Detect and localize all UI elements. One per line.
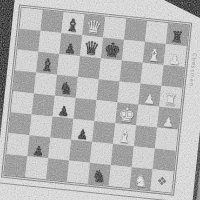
square-g8	[145, 21, 168, 44]
corner-emblem-icon: ❖	[156, 173, 168, 188]
square-a2	[6, 133, 29, 156]
square-a1	[4, 154, 27, 177]
black-bishop-b6: ♝	[39, 56, 56, 75]
square-g5: ♟	[138, 84, 161, 107]
square-h2	[153, 148, 176, 171]
square-g7: ♝	[143, 42, 166, 65]
square-a6	[15, 50, 38, 73]
square-c2	[48, 137, 71, 160]
square-f5	[117, 81, 140, 104]
square-g3	[134, 125, 157, 148]
square-c8: ♝	[61, 12, 84, 35]
square-d8: ♛	[82, 14, 105, 37]
white-pawn-h4: ♟	[162, 115, 175, 129]
square-e4	[94, 100, 117, 123]
square-e5	[97, 79, 120, 102]
square-b7	[38, 31, 61, 54]
square-d1	[67, 161, 90, 184]
white-knight-g1: ♞	[133, 172, 149, 189]
square-h3	[155, 128, 178, 151]
square-g6	[141, 63, 164, 86]
board-border: ♝♛♜♟♛♚♝♟♝♞♟♜♟♚♟♟♝♟♞♞❖ Chessmen	[0, 0, 200, 200]
square-f8	[124, 19, 147, 42]
square-c7: ♟	[59, 33, 82, 56]
square-f7	[122, 40, 145, 63]
square-c6	[57, 54, 80, 77]
square-c1	[46, 158, 69, 181]
square-e1: ♞	[88, 163, 111, 186]
square-f1	[109, 165, 132, 188]
black-pawn-b2: ♟	[32, 144, 45, 158]
square-a7	[17, 29, 40, 52]
square-b8	[41, 10, 64, 33]
square-h4: ♟	[157, 107, 180, 130]
square-f2	[111, 144, 134, 167]
square-e3	[92, 121, 115, 144]
white-pawn-g5: ♟	[143, 92, 156, 106]
black-pawn-c7: ♟	[64, 41, 77, 55]
white-rook-h5: ♜	[163, 92, 178, 108]
square-d7: ♛	[80, 35, 103, 58]
chessboard-photo: ♝♛♜♟♛♚♝♟♝♞♟♜♟♚♟♟♝♟♞♞❖ Chessmen	[0, 0, 200, 200]
square-c4: ♟	[53, 96, 76, 119]
square-a4	[11, 91, 34, 114]
white-bishop-f3: ♝	[116, 127, 133, 146]
square-e7: ♚	[101, 37, 124, 60]
black-pawn-d3: ♟	[76, 127, 89, 141]
square-a8	[20, 8, 43, 31]
black-pawn-c4: ♟	[57, 104, 70, 118]
square-b3	[30, 114, 53, 137]
square-h7: ♟	[164, 44, 187, 67]
square-e8	[103, 17, 126, 40]
black-bishop-c8: ♝	[64, 16, 81, 35]
square-h5: ♜	[159, 86, 182, 109]
black-king-e7: ♚	[103, 40, 122, 61]
square-d3: ♟	[71, 119, 94, 142]
board-frame: ♝♛♜♟♛♚♝♟♝♞♟♜♟♚♟♟♝♟♞♞❖	[1, 4, 192, 195]
white-queen-d8: ♛	[85, 18, 103, 38]
square-a3	[9, 112, 32, 135]
square-a5	[13, 70, 36, 93]
square-d4	[73, 98, 96, 121]
square-h8: ♜	[166, 23, 189, 46]
square-g2	[132, 146, 155, 169]
square-f6	[120, 61, 143, 84]
square-d5	[76, 77, 99, 100]
white-pawn-h7: ♟	[168, 52, 181, 66]
black-rook-h8: ♜	[170, 29, 185, 45]
white-bishop-g7: ♝	[146, 46, 163, 65]
black-knight-e1: ♞	[91, 168, 107, 185]
square-g4	[136, 104, 159, 127]
square-d2	[69, 140, 92, 163]
square-d6	[78, 56, 101, 79]
white-king-f4: ♚	[117, 104, 136, 125]
square-f4: ♚	[115, 102, 138, 125]
square-e6	[99, 58, 122, 81]
square-h6	[161, 65, 184, 88]
square-b5	[34, 73, 57, 96]
square-e2	[90, 142, 113, 165]
square-c3	[50, 117, 73, 140]
playing-area: ♝♛♜♟♛♚♝♟♝♞♟♜♟♚♟♟♝♟♞♞❖	[3, 7, 190, 194]
square-h1: ❖	[150, 169, 173, 192]
black-knight-c5: ♞	[58, 80, 74, 97]
square-b4	[32, 94, 55, 117]
square-b6: ♝	[36, 52, 59, 75]
board-grid: ♝♛♜♟♛♚♝♟♝♞♟♜♟♚♟♟♝♟♞♞❖	[4, 8, 189, 193]
square-f3: ♝	[113, 123, 136, 146]
square-b1	[25, 156, 48, 179]
black-queen-d7: ♛	[82, 38, 100, 58]
square-b2: ♟	[27, 135, 50, 158]
square-c5: ♞	[55, 75, 78, 98]
square-g1: ♞	[130, 167, 153, 190]
